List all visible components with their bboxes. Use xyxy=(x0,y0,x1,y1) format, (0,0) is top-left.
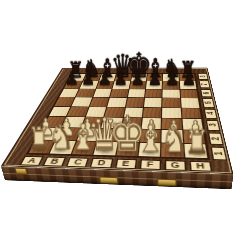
file-label-a: A xyxy=(20,156,44,165)
brass-clasp-icon xyxy=(14,168,28,175)
square-c6 xyxy=(93,89,112,97)
rank-label-6: 6 xyxy=(200,89,212,97)
chess-box: ABCDEFGH 87654321 ♜♞♝♛♚♝♞♜♟♟♟♟♟♟♟♟♟♟♟♟♟♟… xyxy=(1,68,234,175)
square-f6 xyxy=(145,89,162,97)
file-label-c: C xyxy=(66,157,89,167)
piece-white-rook-h1: ♜ xyxy=(185,144,211,160)
square-d7 xyxy=(113,81,130,88)
file-label-d: D xyxy=(90,158,112,168)
square-c7 xyxy=(96,81,114,88)
square-f8 xyxy=(147,74,163,81)
rank-label-5: 5 xyxy=(202,99,215,108)
square-c8 xyxy=(99,74,116,81)
rank-label-8: 8 xyxy=(197,73,208,79)
file-label-f: F xyxy=(139,160,160,170)
square-c5 xyxy=(90,98,109,107)
brass-hinge-icon xyxy=(157,179,177,187)
file-label-b: B xyxy=(43,157,66,166)
square-d8 xyxy=(115,74,131,81)
file-label-h: H xyxy=(189,161,212,171)
file-label-g: G xyxy=(165,160,187,170)
square-h7 xyxy=(179,81,196,89)
square-g7 xyxy=(163,81,179,89)
square-h8 xyxy=(179,74,195,81)
file-label-e: E xyxy=(115,159,137,169)
square-d6 xyxy=(110,89,128,97)
rank-label-4: 4 xyxy=(204,109,217,119)
square-e6 xyxy=(127,89,144,97)
square-h6 xyxy=(180,89,198,97)
square-e7 xyxy=(129,81,146,89)
product-photo: ABCDEFGH 87654321 ♜♞♝♛♚♝♞♜♟♟♟♟♟♟♟♟♟♟♟♟♟♟… xyxy=(0,0,250,250)
square-f7 xyxy=(146,81,162,89)
square-g8 xyxy=(163,74,179,81)
square-e8 xyxy=(131,74,147,81)
scene: ABCDEFGH 87654321 ♜♞♝♛♚♝♞♜♟♟♟♟♟♟♟♟♟♟♟♟♟♟… xyxy=(0,0,250,250)
brass-hinge-icon xyxy=(99,177,119,184)
square-g6 xyxy=(163,89,180,97)
rank-label-7: 7 xyxy=(199,81,210,88)
